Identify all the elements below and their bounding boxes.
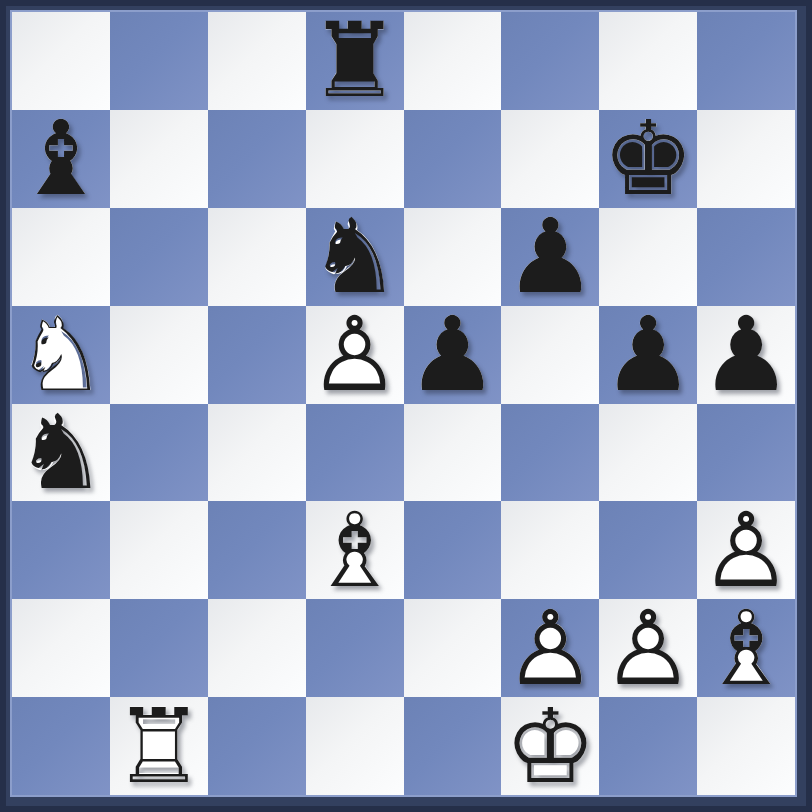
square-a1[interactable] [12, 697, 110, 795]
square-c4[interactable] [208, 404, 306, 502]
square-e8[interactable] [404, 12, 502, 110]
square-g1[interactable] [599, 697, 697, 795]
white-pawn-glyph: ♙ [306, 306, 404, 404]
square-a6[interactable] [12, 208, 110, 306]
square-f4[interactable] [501, 404, 599, 502]
black-rook-glyph: ♜ [306, 12, 404, 110]
black-pawn-glyph: ♟ [404, 306, 502, 404]
white-pawn-glyph: ♙ [501, 599, 599, 697]
square-c5[interactable] [208, 306, 306, 404]
piece-white-bishop[interactable]: ♝♗ [306, 501, 404, 599]
piece-black-pawn[interactable]: ♙♟ [404, 306, 502, 404]
square-b7[interactable] [110, 110, 208, 208]
white-pawn-glyph: ♙ [599, 599, 697, 697]
square-b8[interactable] [110, 12, 208, 110]
square-g7[interactable]: ♔♚ [599, 110, 697, 208]
black-pawn-glyph: ♟ [599, 306, 697, 404]
square-f8[interactable] [501, 12, 599, 110]
square-c1[interactable] [208, 697, 306, 795]
piece-black-pawn[interactable]: ♙♟ [599, 306, 697, 404]
square-h4[interactable] [697, 404, 795, 502]
square-b5[interactable] [110, 306, 208, 404]
square-d5[interactable]: ♟♙ [306, 306, 404, 404]
square-d4[interactable] [306, 404, 404, 502]
square-h6[interactable] [697, 208, 795, 306]
piece-black-knight[interactable]: ♘♞ [306, 208, 404, 306]
white-king-glyph: ♔ [501, 697, 599, 795]
square-b6[interactable] [110, 208, 208, 306]
square-e4[interactable] [404, 404, 502, 502]
square-a8[interactable] [12, 12, 110, 110]
square-e6[interactable] [404, 208, 502, 306]
chess-board: ♖♜♗♝♔♚♘♞♙♟♞♘♟♙♙♟♙♟♙♟♘♞♝♗♟♙♟♙♟♙♝♗♜♖♚♔ [0, 0, 812, 812]
piece-black-rook[interactable]: ♖♜ [306, 12, 404, 110]
square-a5[interactable]: ♞♘ [12, 306, 110, 404]
square-h7[interactable] [697, 110, 795, 208]
piece-white-king[interactable]: ♚♔ [501, 697, 599, 795]
square-e3[interactable] [404, 501, 502, 599]
square-f6[interactable]: ♙♟ [501, 208, 599, 306]
white-rook-glyph: ♖ [110, 697, 208, 795]
square-b3[interactable] [110, 501, 208, 599]
black-knight-glyph: ♞ [306, 208, 404, 306]
square-b4[interactable] [110, 404, 208, 502]
square-h5[interactable]: ♙♟ [697, 306, 795, 404]
black-bishop-glyph: ♝ [12, 110, 110, 208]
piece-black-pawn[interactable]: ♙♟ [697, 306, 795, 404]
black-pawn-glyph: ♟ [697, 306, 795, 404]
square-b2[interactable] [110, 599, 208, 697]
square-d3[interactable]: ♝♗ [306, 501, 404, 599]
square-f7[interactable] [501, 110, 599, 208]
piece-white-rook[interactable]: ♜♖ [110, 697, 208, 795]
square-g3[interactable] [599, 501, 697, 599]
piece-white-pawn[interactable]: ♟♙ [501, 599, 599, 697]
square-c2[interactable] [208, 599, 306, 697]
square-e2[interactable] [404, 599, 502, 697]
square-f5[interactable] [501, 306, 599, 404]
piece-white-pawn[interactable]: ♟♙ [306, 306, 404, 404]
square-d8[interactable]: ♖♜ [306, 12, 404, 110]
black-pawn-glyph: ♟ [501, 208, 599, 306]
piece-black-pawn[interactable]: ♙♟ [501, 208, 599, 306]
square-c6[interactable] [208, 208, 306, 306]
white-pawn-glyph: ♙ [697, 501, 795, 599]
piece-white-knight[interactable]: ♞♘ [12, 306, 110, 404]
square-c7[interactable] [208, 110, 306, 208]
square-c3[interactable] [208, 501, 306, 599]
piece-white-bishop[interactable]: ♝♗ [697, 599, 795, 697]
square-g6[interactable] [599, 208, 697, 306]
square-f2[interactable]: ♟♙ [501, 599, 599, 697]
square-d2[interactable] [306, 599, 404, 697]
white-bishop-glyph: ♗ [697, 599, 795, 697]
square-h8[interactable] [697, 12, 795, 110]
square-b1[interactable]: ♜♖ [110, 697, 208, 795]
square-a4[interactable]: ♘♞ [12, 404, 110, 502]
square-e1[interactable] [404, 697, 502, 795]
white-knight-glyph: ♘ [12, 306, 110, 404]
square-h2[interactable]: ♝♗ [697, 599, 795, 697]
square-f3[interactable] [501, 501, 599, 599]
square-d1[interactable] [306, 697, 404, 795]
square-e7[interactable] [404, 110, 502, 208]
square-a7[interactable]: ♗♝ [12, 110, 110, 208]
square-g5[interactable]: ♙♟ [599, 306, 697, 404]
square-g4[interactable] [599, 404, 697, 502]
black-king-glyph: ♚ [599, 110, 697, 208]
square-d6[interactable]: ♘♞ [306, 208, 404, 306]
square-c8[interactable] [208, 12, 306, 110]
square-g8[interactable] [599, 12, 697, 110]
square-g2[interactable]: ♟♙ [599, 599, 697, 697]
square-h3[interactable]: ♟♙ [697, 501, 795, 599]
white-bishop-glyph: ♗ [306, 501, 404, 599]
piece-black-king[interactable]: ♔♚ [599, 110, 697, 208]
black-knight-glyph: ♞ [12, 404, 110, 502]
square-a3[interactable] [12, 501, 110, 599]
square-d7[interactable] [306, 110, 404, 208]
piece-white-pawn[interactable]: ♟♙ [697, 501, 795, 599]
square-a2[interactable] [12, 599, 110, 697]
square-h1[interactable] [697, 697, 795, 795]
piece-white-pawn[interactable]: ♟♙ [599, 599, 697, 697]
square-e5[interactable]: ♙♟ [404, 306, 502, 404]
piece-black-bishop[interactable]: ♗♝ [12, 110, 110, 208]
board-grid: ♖♜♗♝♔♚♘♞♙♟♞♘♟♙♙♟♙♟♙♟♘♞♝♗♟♙♟♙♟♙♝♗♜♖♚♔ [12, 12, 795, 795]
square-f1[interactable]: ♚♔ [501, 697, 599, 795]
piece-black-knight[interactable]: ♘♞ [12, 404, 110, 502]
